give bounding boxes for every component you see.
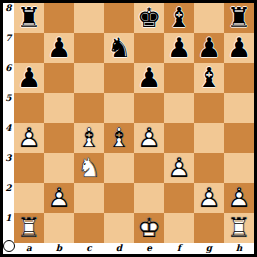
square-a3[interactable] (14, 153, 44, 183)
piece-black-bishop-f8[interactable]: ♝ (164, 3, 194, 33)
square-h2[interactable]: ♟♙ (224, 183, 254, 213)
rank-label-8: 8 (3, 3, 14, 33)
square-e7[interactable] (134, 33, 164, 63)
square-f8[interactable]: ♝ (164, 3, 194, 33)
file-label-h: h (224, 243, 254, 254)
piece-white-bishop-d4[interactable]: ♝♗ (104, 123, 134, 153)
square-g3[interactable] (194, 153, 224, 183)
square-d3[interactable] (104, 153, 134, 183)
square-g2[interactable]: ♟♙ (194, 183, 224, 213)
square-d7[interactable]: ♞ (104, 33, 134, 63)
piece-white-bishop-c4[interactable]: ♝♗ (74, 123, 104, 153)
piece-black-pawn-g7[interactable]: ♟ (194, 33, 224, 63)
file-label-a: a (14, 243, 44, 254)
square-f6[interactable] (164, 63, 194, 93)
square-h4[interactable] (224, 123, 254, 153)
square-h7[interactable]: ♟ (224, 33, 254, 63)
square-g5[interactable] (194, 93, 224, 123)
file-label-b: b (44, 243, 74, 254)
square-a2[interactable] (14, 183, 44, 213)
square-b6[interactable] (44, 63, 74, 93)
square-g1[interactable] (194, 213, 224, 243)
square-g7[interactable]: ♟ (194, 33, 224, 63)
square-d6[interactable] (104, 63, 134, 93)
piece-outline-layer: ♙ (224, 183, 254, 213)
piece-white-pawn-h2[interactable]: ♟♙ (224, 183, 254, 213)
square-b4[interactable] (44, 123, 74, 153)
piece-white-pawn-g2[interactable]: ♟♙ (194, 183, 224, 213)
file-label-f: f (164, 243, 194, 254)
piece-outline-layer: ♙ (14, 123, 44, 153)
piece-white-knight-c3[interactable]: ♞♘ (74, 153, 104, 183)
piece-black-pawn-h7[interactable]: ♟ (224, 33, 254, 63)
square-c1[interactable] (74, 213, 104, 243)
piece-black-rook-h8[interactable]: ♜ (224, 3, 254, 33)
piece-outline-layer: ♙ (44, 183, 74, 213)
square-b1[interactable] (44, 213, 74, 243)
rank-label-1: 1 (3, 213, 14, 243)
file-label-d: d (104, 243, 134, 254)
piece-black-pawn-a6[interactable]: ♟ (14, 63, 44, 93)
square-h5[interactable] (224, 93, 254, 123)
square-f7[interactable]: ♟ (164, 33, 194, 63)
square-c7[interactable] (74, 33, 104, 63)
piece-white-rook-h1[interactable]: ♜♖ (224, 213, 254, 243)
square-d4[interactable]: ♝♗ (104, 123, 134, 153)
piece-black-rook-a8[interactable]: ♜ (14, 3, 44, 33)
piece-outline-layer: ♙ (164, 153, 194, 183)
square-c3[interactable]: ♞♘ (74, 153, 104, 183)
rank-label-6: 6 (3, 63, 14, 93)
file-label-c: c (74, 243, 104, 254)
square-e6[interactable]: ♟ (134, 63, 164, 93)
rank-label-3: 3 (3, 153, 14, 183)
piece-white-pawn-e4[interactable]: ♟♙ (134, 123, 164, 153)
square-b3[interactable] (44, 153, 74, 183)
piece-outline-layer: ♔ (134, 213, 164, 243)
rank-label-2: 2 (3, 183, 14, 213)
square-a4[interactable]: ♟♙ (14, 123, 44, 153)
piece-black-pawn-e6[interactable]: ♟ (134, 63, 164, 93)
white-to-move-indicator (3, 240, 15, 252)
square-c5[interactable] (74, 93, 104, 123)
square-a7[interactable] (14, 33, 44, 63)
piece-outline-layer: ♗ (104, 123, 134, 153)
square-d1[interactable] (104, 213, 134, 243)
piece-black-pawn-f7[interactable]: ♟ (164, 33, 194, 63)
square-e8[interactable]: ♚ (134, 3, 164, 33)
square-b8[interactable] (44, 3, 74, 33)
square-e4[interactable]: ♟♙ (134, 123, 164, 153)
square-a5[interactable] (14, 93, 44, 123)
square-g4[interactable] (194, 123, 224, 153)
square-f2[interactable] (164, 183, 194, 213)
file-labels: abcdefgh (14, 243, 254, 254)
square-d8[interactable] (104, 3, 134, 33)
rank-label-4: 4 (3, 123, 14, 153)
square-c2[interactable] (74, 183, 104, 213)
rank-label-7: 7 (3, 33, 14, 63)
square-f5[interactable] (164, 93, 194, 123)
square-a6[interactable]: ♟ (14, 63, 44, 93)
square-f4[interactable] (164, 123, 194, 153)
square-h8[interactable]: ♜ (224, 3, 254, 33)
square-f3[interactable]: ♟♙ (164, 153, 194, 183)
square-c6[interactable] (74, 63, 104, 93)
piece-white-rook-a1[interactable]: ♜♖ (14, 213, 44, 243)
square-a8[interactable]: ♜ (14, 3, 44, 33)
chess-diagram: 87654321 ♜♚♝♜♟♞♟♟♟♟♟♝♟♙♝♗♝♗♟♙♞♘♟♙♟♙♟♙♟♙♜… (0, 0, 257, 257)
piece-outline-layer: ♖ (224, 213, 254, 243)
square-f1[interactable] (164, 213, 194, 243)
file-label-g: g (194, 243, 224, 254)
square-a1[interactable]: ♜♖ (14, 213, 44, 243)
square-g6[interactable]: ♝ (194, 63, 224, 93)
piece-black-bishop-g6[interactable]: ♝ (194, 63, 224, 93)
piece-outline-layer: ♖ (14, 213, 44, 243)
piece-white-king-e1[interactable]: ♚♔ (134, 213, 164, 243)
piece-outline-layer: ♙ (134, 123, 164, 153)
square-e1[interactable]: ♚♔ (134, 213, 164, 243)
square-g8[interactable] (194, 3, 224, 33)
piece-white-pawn-b2[interactable]: ♟♙ (44, 183, 74, 213)
piece-white-pawn-a4[interactable]: ♟♙ (14, 123, 44, 153)
board: ♜♚♝♜♟♞♟♟♟♟♟♝♟♙♝♗♝♗♟♙♞♘♟♙♟♙♟♙♟♙♜♖♚♔♜♖ (14, 3, 254, 243)
square-h6[interactable] (224, 63, 254, 93)
square-b5[interactable] (44, 93, 74, 123)
piece-white-pawn-f3[interactable]: ♟♙ (164, 153, 194, 183)
diagram-inner: 87654321 ♜♚♝♜♟♞♟♟♟♟♟♝♟♙♝♗♝♗♟♙♞♘♟♙♟♙♟♙♟♙♜… (3, 3, 254, 254)
file-label-e: e (134, 243, 164, 254)
square-h1[interactable]: ♜♖ (224, 213, 254, 243)
rank-labels: 87654321 (3, 3, 14, 243)
square-c4[interactable]: ♝♗ (74, 123, 104, 153)
square-e5[interactable] (134, 93, 164, 123)
square-d5[interactable] (104, 93, 134, 123)
square-b2[interactable]: ♟♙ (44, 183, 74, 213)
piece-outline-layer: ♙ (194, 183, 224, 213)
piece-outline-layer: ♘ (74, 153, 104, 183)
square-h3[interactable] (224, 153, 254, 183)
square-c8[interactable] (74, 3, 104, 33)
piece-black-knight-d7[interactable]: ♞ (104, 33, 134, 63)
square-b7[interactable]: ♟ (44, 33, 74, 63)
square-e3[interactable] (134, 153, 164, 183)
piece-outline-layer: ♗ (74, 123, 104, 153)
rank-label-5: 5 (3, 93, 14, 123)
square-d2[interactable] (104, 183, 134, 213)
piece-black-pawn-b7[interactable]: ♟ (44, 33, 74, 63)
square-e2[interactable] (134, 183, 164, 213)
piece-black-king-e8[interactable]: ♚ (134, 3, 164, 33)
